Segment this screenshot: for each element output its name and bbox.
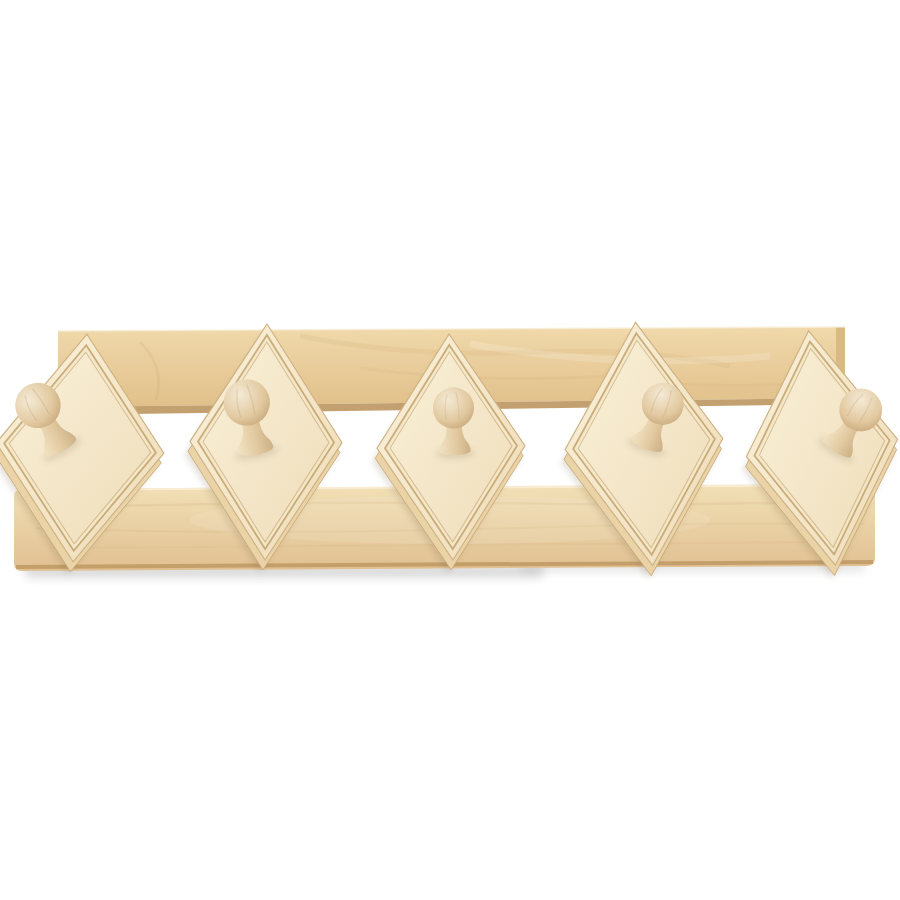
- peg-rack-illustration: [0, 0, 900, 900]
- product-photo: [0, 0, 900, 900]
